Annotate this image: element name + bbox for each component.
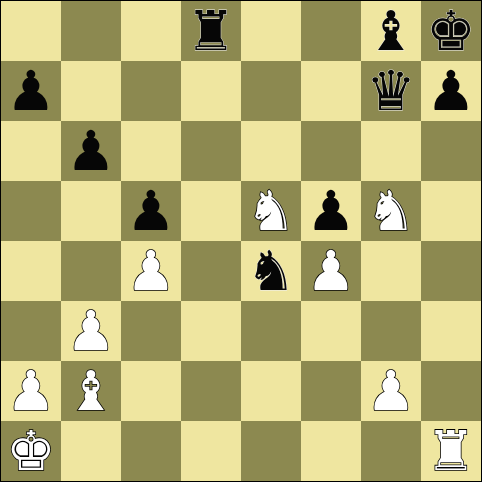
square-b4[interactable] [61,241,121,301]
square-h2[interactable] [421,361,481,421]
square-h4[interactable] [421,241,481,301]
piece-black-queen[interactable]: ♛ [366,61,415,121]
piece-black-knight[interactable]: ♞ [246,241,295,301]
square-a3[interactable] [1,301,61,361]
piece-black-king[interactable]: ♚ [426,1,475,61]
square-g1[interactable] [361,421,421,481]
square-g4[interactable] [361,241,421,301]
square-c6[interactable] [121,121,181,181]
square-h6[interactable] [421,121,481,181]
piece-white-pawn[interactable]: ♟ [66,301,115,361]
square-d6[interactable] [181,121,241,181]
square-a1[interactable]: ♚ [1,421,61,481]
piece-black-pawn[interactable]: ♟ [306,181,355,241]
square-b3[interactable]: ♟ [61,301,121,361]
piece-black-bishop[interactable]: ♝ [366,1,415,61]
square-c4[interactable]: ♟ [121,241,181,301]
square-c8[interactable] [121,1,181,61]
square-f6[interactable] [301,121,361,181]
square-c3[interactable] [121,301,181,361]
square-h7[interactable]: ♟ [421,61,481,121]
square-h1[interactable]: ♜ [421,421,481,481]
square-g8[interactable]: ♝ [361,1,421,61]
square-d3[interactable] [181,301,241,361]
piece-white-knight[interactable]: ♞ [366,181,415,241]
piece-black-pawn[interactable]: ♟ [126,181,175,241]
square-f2[interactable] [301,361,361,421]
piece-white-king[interactable]: ♚ [6,421,55,481]
square-c5[interactable]: ♟ [121,181,181,241]
piece-black-pawn[interactable]: ♟ [426,61,475,121]
square-c7[interactable] [121,61,181,121]
square-d7[interactable] [181,61,241,121]
square-a6[interactable] [1,121,61,181]
square-a5[interactable] [1,181,61,241]
square-g7[interactable]: ♛ [361,61,421,121]
square-b1[interactable] [61,421,121,481]
square-g3[interactable] [361,301,421,361]
square-e2[interactable] [241,361,301,421]
square-e8[interactable] [241,1,301,61]
square-d8[interactable]: ♜ [181,1,241,61]
square-e7[interactable] [241,61,301,121]
piece-black-pawn[interactable]: ♟ [66,121,115,181]
square-h8[interactable]: ♚ [421,1,481,61]
square-c2[interactable] [121,361,181,421]
square-d1[interactable] [181,421,241,481]
piece-white-pawn[interactable]: ♟ [6,361,55,421]
square-e1[interactable] [241,421,301,481]
square-a7[interactable]: ♟ [1,61,61,121]
square-b6[interactable]: ♟ [61,121,121,181]
square-g2[interactable]: ♟ [361,361,421,421]
square-f5[interactable]: ♟ [301,181,361,241]
piece-white-pawn[interactable]: ♟ [366,361,415,421]
square-e6[interactable] [241,121,301,181]
piece-white-rook[interactable]: ♜ [426,421,475,481]
square-e5[interactable]: ♞ [241,181,301,241]
square-e4[interactable]: ♞ [241,241,301,301]
square-f4[interactable]: ♟ [301,241,361,301]
piece-white-pawn[interactable]: ♟ [126,241,175,301]
square-d2[interactable] [181,361,241,421]
piece-black-rook[interactable]: ♜ [186,1,235,61]
piece-white-knight[interactable]: ♞ [246,181,295,241]
square-f3[interactable] [301,301,361,361]
square-h3[interactable] [421,301,481,361]
square-f7[interactable] [301,61,361,121]
square-b5[interactable] [61,181,121,241]
piece-black-pawn[interactable]: ♟ [6,61,55,121]
square-b8[interactable] [61,1,121,61]
square-f8[interactable] [301,1,361,61]
square-a2[interactable]: ♟ [1,361,61,421]
square-d4[interactable] [181,241,241,301]
square-a8[interactable] [1,1,61,61]
square-b2[interactable]: ♝ [61,361,121,421]
square-g6[interactable] [361,121,421,181]
square-f1[interactable] [301,421,361,481]
square-e3[interactable] [241,301,301,361]
piece-white-pawn[interactable]: ♟ [306,241,355,301]
piece-white-bishop[interactable]: ♝ [66,361,115,421]
square-c1[interactable] [121,421,181,481]
square-g5[interactable]: ♞ [361,181,421,241]
square-d5[interactable] [181,181,241,241]
chess-board: ♜♝♚♟♛♟♟♟♞♟♞♟♞♟♟♟♝♟♚♜ [1,1,481,481]
square-a4[interactable] [1,241,61,301]
chess-board-frame: ♜♝♚♟♛♟♟♟♞♟♞♟♞♟♟♟♝♟♚♜ [0,0,482,482]
square-h5[interactable] [421,181,481,241]
square-b7[interactable] [61,61,121,121]
